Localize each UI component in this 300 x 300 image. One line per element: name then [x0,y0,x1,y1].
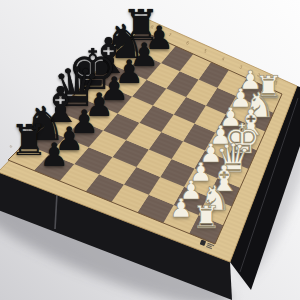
piece-white-pawn-a2[interactable]: ♟ [170,197,193,223]
chess-set-photo: abcdefgh12345678 ♜♟♞♟♝♟♟♚♜♟♛♟♟♞♝♟♟♝♞♟♟♚♜… [0,0,300,300]
piece-white-rook-a1[interactable]: ♜ [193,202,221,233]
piece-black-pawn-a7[interactable]: ♟ [40,139,69,171]
